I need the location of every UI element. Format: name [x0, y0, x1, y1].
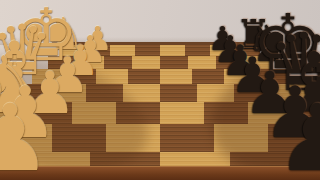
chess-photo-scene: ♞♟♟♜♚♟♟♞♛♟♟♚♝♟♟♛♞♟♟♝♝♟♟♞♜♟♟♝♜♟♟♜	[0, 0, 320, 180]
piece-black-pawn-g2: ♟	[276, 93, 320, 180]
pieces-layer: ♞♟♟♜♚♟♟♞♛♟♟♚♝♟♟♛♞♟♟♝♝♟♟♞♜♟♟♝♜♟♟♜	[0, 0, 320, 180]
piece-white-pawn-b2: ♟	[0, 93, 51, 180]
